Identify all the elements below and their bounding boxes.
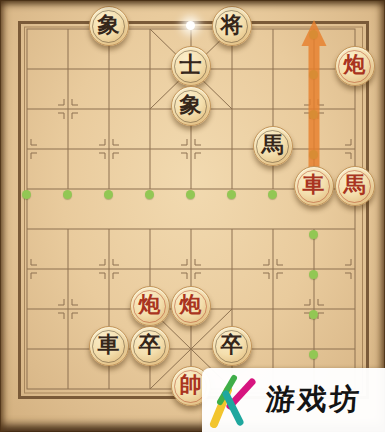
- xiangqi-board[interactable]: 象将士炮象馬車馬炮炮車卒卒帥 游戏坊: [0, 0, 385, 432]
- piece-red-horse[interactable]: 馬: [335, 166, 375, 206]
- move-dot[interactable]: [268, 190, 277, 199]
- move-dot[interactable]: [227, 190, 236, 199]
- move-dot[interactable]: [309, 110, 318, 119]
- piece-black-horse[interactable]: 馬: [253, 126, 293, 166]
- move-dot[interactable]: [63, 190, 72, 199]
- piece-character: 帥: [180, 374, 202, 396]
- move-dot[interactable]: [22, 190, 31, 199]
- move-dot[interactable]: [309, 70, 318, 79]
- move-dot[interactable]: [145, 190, 154, 199]
- move-dot[interactable]: [309, 270, 318, 279]
- move-dot[interactable]: [309, 310, 318, 319]
- move-dot[interactable]: [186, 190, 195, 199]
- piece-red-cannon[interactable]: 炮: [335, 46, 375, 86]
- piece-character: 象: [98, 14, 120, 36]
- piece-red-cannon[interactable]: 炮: [130, 286, 170, 326]
- piece-character: 車: [98, 334, 120, 356]
- piece-character: 車: [303, 174, 325, 196]
- move-dot[interactable]: [309, 350, 318, 359]
- piece-character: 象: [180, 94, 202, 116]
- piece-black-general[interactable]: 将: [212, 6, 252, 46]
- piece-character: 炮: [180, 294, 202, 316]
- piece-red-chariot-selected[interactable]: 車: [294, 166, 334, 206]
- piece-character: 卒: [139, 334, 161, 356]
- move-dot[interactable]: [309, 230, 318, 239]
- piece-black-elephant[interactable]: 象: [89, 6, 129, 46]
- piece-black-chariot[interactable]: 車: [89, 326, 129, 366]
- piece-character: 馬: [262, 134, 284, 156]
- piece-character: 馬: [344, 174, 366, 196]
- piece-character: 卒: [221, 334, 243, 356]
- piece-black-advisor[interactable]: 士: [171, 46, 211, 86]
- piece-character: 将: [221, 14, 243, 36]
- piece-character: 炮: [139, 294, 161, 316]
- piece-black-soldier[interactable]: 卒: [130, 326, 170, 366]
- move-dot[interactable]: [309, 30, 318, 39]
- move-dot[interactable]: [309, 150, 318, 159]
- piece-red-cannon[interactable]: 炮: [171, 286, 211, 326]
- watermark: 游戏坊: [202, 368, 385, 432]
- piece-character: 士: [180, 54, 202, 76]
- piece-character: 炮: [344, 54, 366, 76]
- watermark-text: 游戏坊: [265, 380, 364, 420]
- piece-black-soldier[interactable]: 卒: [212, 326, 252, 366]
- piece-black-elephant[interactable]: 象: [171, 86, 211, 126]
- move-dot[interactable]: [104, 190, 113, 199]
- crossed-feathers-icon: [206, 372, 262, 428]
